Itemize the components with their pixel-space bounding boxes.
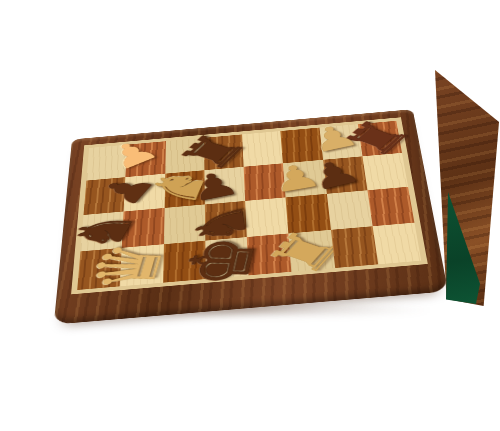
square-h5: [372, 223, 421, 265]
piece-dark-king-d5: ♚: [174, 235, 269, 287]
square-g7: ♟: [323, 156, 368, 194]
square-d7: ♟: [204, 167, 245, 205]
square-d5: ♚: [205, 237, 248, 279]
piece-dark-pawn-d7: ♟: [186, 166, 244, 207]
square-g5: [330, 226, 377, 268]
square-f5: ♜: [289, 230, 335, 272]
product-photo: ♟♜♟♜♟♞♟♟♟♞♞♛♚♜: [52, 58, 452, 358]
chess-board-folded-half: [435, 70, 499, 306]
piece-dark-knight-a6: ♞: [61, 208, 145, 254]
green-felt-lining: [446, 192, 480, 304]
square-a6: ♞: [80, 211, 123, 251]
chess-board-open-half: ♟♜♟♜♟♞♟♟♟♞♞♛♚♜: [54, 109, 448, 324]
square-h7: [362, 153, 408, 190]
square-h8: ♜: [358, 121, 402, 157]
chess-board: ♟♜♟♜♟♞♟♟♟♞♞♛♚♜: [71, 117, 428, 294]
square-d6: ♞: [205, 201, 247, 241]
square-h6: [367, 187, 414, 226]
square-g6: [326, 190, 372, 230]
